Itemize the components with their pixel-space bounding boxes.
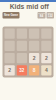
board-cell-empty	[17, 53, 27, 63]
board-cell-empty	[5, 29, 15, 39]
board-cell-empty	[17, 41, 27, 51]
tile-4: 4	[41, 65, 51, 75]
tile-32: 32	[17, 65, 27, 75]
tile-2: 2	[41, 53, 51, 63]
page-title: Kids mid off	[0, 3, 56, 11]
header-row: New Game SCORE 84 BEST 132	[0, 12, 56, 19]
board-cell-empty	[5, 41, 15, 51]
score-box: SCORE 84	[38, 12, 46, 19]
tile-8: 8	[29, 65, 39, 75]
board-cell-empty	[29, 29, 39, 39]
new-game-button[interactable]: New Game	[3, 12, 20, 19]
best-box: BEST 132	[47, 12, 55, 19]
game-board[interactable]: 2223284	[3, 27, 54, 78]
board-cell-empty	[41, 41, 51, 51]
board-cell-empty	[17, 29, 27, 39]
board-cell-empty	[5, 53, 15, 63]
tile-2: 2	[29, 53, 39, 63]
board-cell-empty	[41, 29, 51, 39]
score-value: 84	[38, 15, 46, 18]
app-window: Kids mid off New Game SCORE 84 BEST 132 …	[0, 0, 56, 100]
tile-2: 2	[5, 65, 15, 75]
board-cell-empty	[29, 41, 39, 51]
best-value: 132	[47, 15, 55, 18]
